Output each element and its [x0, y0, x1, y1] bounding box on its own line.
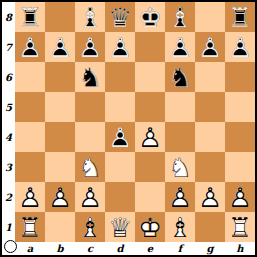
square-g1[interactable] [195, 212, 225, 242]
square-h2[interactable]: ♟♙ [225, 182, 255, 212]
square-e2[interactable] [135, 182, 165, 212]
square-e7[interactable] [135, 32, 165, 62]
square-f3[interactable]: ♞♘ [165, 152, 195, 182]
white-rook-a1: ♜♖ [15, 212, 45, 242]
black-pawn-c7: ♟♙ [75, 32, 105, 62]
square-g8[interactable] [195, 2, 225, 32]
white-knight-c3: ♞♘ [75, 152, 105, 182]
white-bishop-c1: ♝♗ [75, 212, 105, 242]
square-f1[interactable]: ♝♗ [165, 212, 195, 242]
square-a7[interactable]: ♟♙ [15, 32, 45, 62]
white-pawn-b2: ♟♙ [45, 182, 75, 212]
square-a1[interactable]: ♜♖ [15, 212, 45, 242]
white-queen-d1: ♛♕ [105, 212, 135, 242]
black-pawn-f7: ♟♙ [165, 32, 195, 62]
square-h8[interactable]: ♜♖ [225, 2, 255, 32]
square-e1[interactable]: ♚♔ [135, 212, 165, 242]
square-f8[interactable]: ♝♗ [165, 2, 195, 32]
square-g2[interactable]: ♟♙ [195, 182, 225, 212]
white-pawn-a2: ♟♙ [15, 182, 45, 212]
black-king-e8: ♚♔ [135, 2, 165, 32]
square-f6[interactable]: ♞♘ [165, 62, 195, 92]
white-pawn-c2: ♟♙ [75, 182, 105, 212]
file-label-h: h [225, 242, 255, 255]
square-b5[interactable] [45, 92, 75, 122]
square-c4[interactable] [75, 122, 105, 152]
file-label-g: g [195, 242, 225, 255]
file-label-a: a [15, 242, 45, 255]
square-g6[interactable] [195, 62, 225, 92]
file-label-f: f [165, 242, 195, 255]
square-e4[interactable]: ♟♙ [135, 122, 165, 152]
black-pawn-a7: ♟♙ [15, 32, 45, 62]
square-a4[interactable] [15, 122, 45, 152]
chess-diagram: 87654321 ♜♖♝♗♛♕♚♔♝♗♜♖♟♙♟♙♟♙♟♙♟♙♟♙♟♙♞♘♞♘♟… [0, 0, 257, 257]
black-knight-c6: ♞♘ [75, 62, 105, 92]
square-b4[interactable] [45, 122, 75, 152]
rank-label-6: 6 [2, 62, 15, 92]
square-h5[interactable] [225, 92, 255, 122]
square-e6[interactable] [135, 62, 165, 92]
black-knight-f6: ♞♘ [165, 62, 195, 92]
square-h4[interactable] [225, 122, 255, 152]
black-pawn-g7: ♟♙ [195, 32, 225, 62]
square-g4[interactable] [195, 122, 225, 152]
chess-board: ♜♖♝♗♛♕♚♔♝♗♜♖♟♙♟♙♟♙♟♙♟♙♟♙♟♙♞♘♞♘♟♙♟♙♞♘♞♘♟♙… [15, 2, 255, 242]
black-pawn-b7: ♟♙ [45, 32, 75, 62]
black-rook-a8: ♜♖ [15, 2, 45, 32]
square-c5[interactable] [75, 92, 105, 122]
square-a3[interactable] [15, 152, 45, 182]
square-a5[interactable] [15, 92, 45, 122]
square-b2[interactable]: ♟♙ [45, 182, 75, 212]
square-e5[interactable] [135, 92, 165, 122]
white-king-e1: ♚♔ [135, 212, 165, 242]
black-bishop-f8: ♝♗ [165, 2, 195, 32]
square-d5[interactable] [105, 92, 135, 122]
white-bishop-f1: ♝♗ [165, 212, 195, 242]
black-bishop-c8: ♝♗ [75, 2, 105, 32]
square-d8[interactable]: ♛♕ [105, 2, 135, 32]
black-queen-d8: ♛♕ [105, 2, 135, 32]
file-label-d: d [105, 242, 135, 255]
rank-label-2: 2 [2, 182, 15, 212]
square-c1[interactable]: ♝♗ [75, 212, 105, 242]
white-knight-f3: ♞♘ [165, 152, 195, 182]
square-h7[interactable]: ♟♙ [225, 32, 255, 62]
square-b3[interactable] [45, 152, 75, 182]
square-f4[interactable] [165, 122, 195, 152]
square-g5[interactable] [195, 92, 225, 122]
black-pawn-h7: ♟♙ [225, 32, 255, 62]
rank-label-8: 8 [2, 2, 15, 32]
square-d7[interactable]: ♟♙ [105, 32, 135, 62]
rank-label-5: 5 [2, 92, 15, 122]
square-f5[interactable] [165, 92, 195, 122]
square-d1[interactable]: ♛♕ [105, 212, 135, 242]
file-label-e: e [135, 242, 165, 255]
square-c3[interactable]: ♞♘ [75, 152, 105, 182]
square-d4[interactable]: ♟♙ [105, 122, 135, 152]
square-f2[interactable]: ♟♙ [165, 182, 195, 212]
square-d2[interactable] [105, 182, 135, 212]
file-label-b: b [45, 242, 75, 255]
square-b8[interactable] [45, 2, 75, 32]
square-b7[interactable]: ♟♙ [45, 32, 75, 62]
rank-label-4: 4 [2, 122, 15, 152]
square-b1[interactable] [45, 212, 75, 242]
square-b6[interactable] [45, 62, 75, 92]
square-a6[interactable] [15, 62, 45, 92]
square-h1[interactable]: ♜♖ [225, 212, 255, 242]
black-rook-h8: ♜♖ [225, 2, 255, 32]
square-h6[interactable] [225, 62, 255, 92]
white-to-move-indicator [4, 240, 17, 253]
square-e8[interactable]: ♚♔ [135, 2, 165, 32]
file-label-c: c [75, 242, 105, 255]
square-a2[interactable]: ♟♙ [15, 182, 45, 212]
square-c8[interactable]: ♝♗ [75, 2, 105, 32]
square-c6[interactable]: ♞♘ [75, 62, 105, 92]
square-g7[interactable]: ♟♙ [195, 32, 225, 62]
white-pawn-f2: ♟♙ [165, 182, 195, 212]
white-rook-h1: ♜♖ [225, 212, 255, 242]
square-f7[interactable]: ♟♙ [165, 32, 195, 62]
rank-labels: 87654321 [2, 2, 15, 242]
black-pawn-d7: ♟♙ [105, 32, 135, 62]
white-pawn-h2: ♟♙ [225, 182, 255, 212]
rank-label-7: 7 [2, 32, 15, 62]
file-labels: abcdefgh [15, 242, 255, 255]
square-d6[interactable] [105, 62, 135, 92]
square-e3[interactable] [135, 152, 165, 182]
white-pawn-g2: ♟♙ [195, 182, 225, 212]
square-c7[interactable]: ♟♙ [75, 32, 105, 62]
square-h3[interactable] [225, 152, 255, 182]
square-c2[interactable]: ♟♙ [75, 182, 105, 212]
square-g3[interactable] [195, 152, 225, 182]
black-pawn-d4: ♟♙ [105, 122, 135, 152]
square-a8[interactable]: ♜♖ [15, 2, 45, 32]
rank-label-1: 1 [2, 212, 15, 242]
square-d3[interactable] [105, 152, 135, 182]
white-pawn-e4: ♟♙ [135, 122, 165, 152]
rank-label-3: 3 [2, 152, 15, 182]
